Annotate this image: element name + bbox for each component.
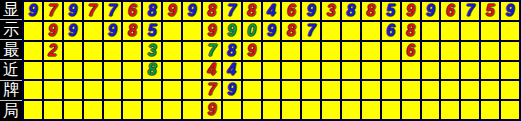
cell-r6c12 xyxy=(243,101,261,119)
cell-r5c5 xyxy=(104,81,122,99)
cell-r5c16 xyxy=(322,81,340,99)
cell-r1c6: 6 xyxy=(123,2,141,20)
cell-r4c2 xyxy=(44,62,62,80)
cell-r2c14: 8 xyxy=(282,22,300,40)
cell-r2c19: 6 xyxy=(382,22,400,40)
cell-r4c19 xyxy=(382,62,400,80)
cell-r1c14: 6 xyxy=(282,2,300,20)
cell-r1c2: 7 xyxy=(44,2,62,20)
cell-r6c5 xyxy=(104,101,122,119)
cell-r4c23 xyxy=(461,62,479,80)
cell-r2c20: 8 xyxy=(402,22,420,40)
cell-r3c18 xyxy=(362,42,380,60)
cell-r3c21 xyxy=(422,42,440,60)
cell-r6c15 xyxy=(302,101,320,119)
cell-r4c6 xyxy=(123,62,141,80)
cell-r2c4 xyxy=(84,22,102,40)
cell-r4c20 xyxy=(402,62,420,80)
cell-r1c5: 7 xyxy=(104,2,122,20)
cell-r2c11: 9 xyxy=(223,22,241,40)
cell-r4c22 xyxy=(441,62,459,80)
cell-r2c9 xyxy=(183,22,201,40)
cell-r4c5 xyxy=(104,62,122,80)
cell-r2c7: 5 xyxy=(143,22,161,40)
board-grid: 9797768998784693885996759999859909876823… xyxy=(22,0,521,121)
cell-r1c21: 9 xyxy=(422,2,440,20)
cell-r5c8 xyxy=(163,81,181,99)
cell-r1c12: 8 xyxy=(243,2,261,20)
cell-r5c15 xyxy=(302,81,320,99)
cell-r4c8 xyxy=(163,62,181,80)
cell-r2c15: 7 xyxy=(302,22,320,40)
cell-r2c21 xyxy=(422,22,440,40)
cell-r6c22 xyxy=(441,101,459,119)
cell-r4c10: 4 xyxy=(203,62,221,80)
cell-r6c9 xyxy=(183,101,201,119)
cell-r3c15 xyxy=(302,42,320,60)
cell-r3c1 xyxy=(24,42,42,60)
cell-r1c18: 8 xyxy=(362,2,380,20)
cell-r3c3 xyxy=(64,42,82,60)
cell-r5c24 xyxy=(481,81,499,99)
cell-r1c4: 7 xyxy=(84,2,102,20)
cell-r3c13 xyxy=(263,42,281,60)
cell-r3c24 xyxy=(481,42,499,60)
cell-r4c21 xyxy=(422,62,440,80)
cell-r6c16 xyxy=(322,101,340,119)
title-char: 最 xyxy=(0,40,22,60)
cell-r1c17: 8 xyxy=(342,2,360,20)
title-char: 示 xyxy=(0,20,22,40)
cell-r5c18 xyxy=(362,81,380,99)
cell-r3c12: 9 xyxy=(243,42,261,60)
cell-r3c11: 8 xyxy=(223,42,241,60)
cell-r6c18 xyxy=(362,101,380,119)
cell-r5c25 xyxy=(501,81,519,99)
cell-r6c14 xyxy=(282,101,300,119)
cell-r1c10: 8 xyxy=(203,2,221,20)
cell-r3c17 xyxy=(342,42,360,60)
cell-r5c1 xyxy=(24,81,42,99)
cell-r1c23: 7 xyxy=(461,2,479,20)
cell-r3c16 xyxy=(322,42,340,60)
cell-r2c10: 9 xyxy=(203,22,221,40)
cell-r4c25 xyxy=(501,62,519,80)
cell-r5c23 xyxy=(461,81,479,99)
cell-r6c1 xyxy=(24,101,42,119)
cell-r2c2: 9 xyxy=(44,22,62,40)
cell-r1c20: 9 xyxy=(402,2,420,20)
cell-r5c19 xyxy=(382,81,400,99)
cell-r5c2 xyxy=(44,81,62,99)
cell-r1c1: 9 xyxy=(24,2,42,20)
cell-r2c3: 9 xyxy=(64,22,82,40)
recent-results-board: 显 示 最 近 牌 局 9797768998784693885996759999… xyxy=(0,0,521,121)
cell-r6c2 xyxy=(44,101,62,119)
cell-r6c11 xyxy=(223,101,241,119)
cell-r5c17 xyxy=(342,81,360,99)
cell-r5c9 xyxy=(183,81,201,99)
cell-r3c6 xyxy=(123,42,141,60)
cell-r4c14 xyxy=(282,62,300,80)
cell-r3c23 xyxy=(461,42,479,60)
title-char: 牌 xyxy=(0,81,22,101)
cell-r3c25 xyxy=(501,42,519,60)
cell-r3c10: 7 xyxy=(203,42,221,60)
cell-r1c3: 9 xyxy=(64,2,82,20)
cell-r1c24: 5 xyxy=(481,2,499,20)
cell-r6c19 xyxy=(382,101,400,119)
cell-r1c25: 9 xyxy=(501,2,519,20)
cell-r4c7: 8 xyxy=(143,62,161,80)
cell-r6c3 xyxy=(64,101,82,119)
cell-r5c4 xyxy=(84,81,102,99)
cell-r6c24 xyxy=(481,101,499,119)
cell-r4c16 xyxy=(322,62,340,80)
cell-r5c11: 9 xyxy=(223,81,241,99)
cell-r4c18 xyxy=(362,62,380,80)
cell-r5c7 xyxy=(143,81,161,99)
cell-r2c24 xyxy=(481,22,499,40)
cell-r3c22 xyxy=(441,42,459,60)
cell-r3c19 xyxy=(382,42,400,60)
cell-r2c18 xyxy=(362,22,380,40)
cell-r3c7: 3 xyxy=(143,42,161,60)
cell-r3c4 xyxy=(84,42,102,60)
cell-r4c13 xyxy=(263,62,281,80)
cell-r4c24 xyxy=(481,62,499,80)
cell-r6c17 xyxy=(342,101,360,119)
cell-r6c7 xyxy=(143,101,161,119)
cell-r4c1 xyxy=(24,62,42,80)
cell-r6c13 xyxy=(263,101,281,119)
cell-r5c12 xyxy=(243,81,261,99)
cell-r2c1 xyxy=(24,22,42,40)
cell-r6c4 xyxy=(84,101,102,119)
cell-r6c8 xyxy=(163,101,181,119)
cell-r1c15: 9 xyxy=(302,2,320,20)
cell-r4c12 xyxy=(243,62,261,80)
cell-r3c20: 6 xyxy=(402,42,420,60)
cell-r1c9: 9 xyxy=(183,2,201,20)
cell-r2c16 xyxy=(322,22,340,40)
cell-r5c21 xyxy=(422,81,440,99)
cell-r2c13: 9 xyxy=(263,22,281,40)
cell-r4c9 xyxy=(183,62,201,80)
cell-r6c10: 9 xyxy=(203,101,221,119)
cell-r3c14 xyxy=(282,42,300,60)
cell-r6c20 xyxy=(402,101,420,119)
cell-r5c14 xyxy=(282,81,300,99)
cell-r5c20 xyxy=(402,81,420,99)
cell-r1c16: 3 xyxy=(322,2,340,20)
cell-r1c13: 4 xyxy=(263,2,281,20)
title-char: 显 xyxy=(0,0,22,20)
cell-r3c5 xyxy=(104,42,122,60)
cell-r2c23 xyxy=(461,22,479,40)
cell-r1c19: 5 xyxy=(382,2,400,20)
cell-r2c12: 0 xyxy=(243,22,261,40)
cell-r1c11: 7 xyxy=(223,2,241,20)
cell-r4c4 xyxy=(84,62,102,80)
cell-r5c22 xyxy=(441,81,459,99)
cell-r6c23 xyxy=(461,101,479,119)
cell-r2c25 xyxy=(501,22,519,40)
board-title-vertical: 显 示 最 近 牌 局 xyxy=(0,0,22,121)
cell-r3c8 xyxy=(163,42,181,60)
cell-r4c3 xyxy=(64,62,82,80)
cell-r1c8: 9 xyxy=(163,2,181,20)
cell-r1c22: 6 xyxy=(441,2,459,20)
cell-r2c8 xyxy=(163,22,181,40)
cell-r5c3 xyxy=(64,81,82,99)
cell-r5c6 xyxy=(123,81,141,99)
cell-r5c10: 7 xyxy=(203,81,221,99)
cell-r6c21 xyxy=(422,101,440,119)
cell-r2c22 xyxy=(441,22,459,40)
cell-r3c2: 2 xyxy=(44,42,62,60)
cell-r4c11: 4 xyxy=(223,62,241,80)
cell-r4c15 xyxy=(302,62,320,80)
cell-r1c7: 8 xyxy=(143,2,161,20)
cell-r3c9 xyxy=(183,42,201,60)
title-char: 近 xyxy=(0,60,22,80)
cell-r4c17 xyxy=(342,62,360,80)
cell-r2c17 xyxy=(342,22,360,40)
title-char: 局 xyxy=(0,101,22,121)
cell-r6c6 xyxy=(123,101,141,119)
cell-r6c25 xyxy=(501,101,519,119)
cell-r2c5: 9 xyxy=(104,22,122,40)
cell-r5c13 xyxy=(263,81,281,99)
cell-r2c6: 8 xyxy=(123,22,141,40)
